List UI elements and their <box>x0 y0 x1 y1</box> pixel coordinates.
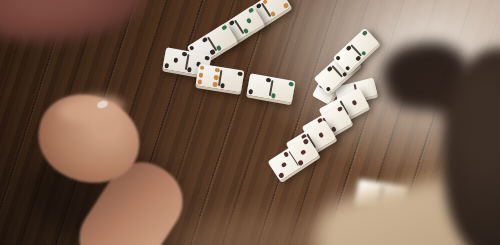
pip <box>344 65 350 71</box>
pip <box>198 72 203 77</box>
pip <box>337 106 343 112</box>
domino-tile-bottom-arm-2[interactable] <box>246 73 295 103</box>
pip <box>220 83 225 88</box>
pip <box>245 18 251 24</box>
pip <box>164 63 169 68</box>
pip <box>271 93 276 98</box>
pip <box>277 172 284 179</box>
pip <box>248 7 254 13</box>
pip <box>280 161 287 168</box>
pip <box>187 67 192 72</box>
pip <box>237 71 242 76</box>
tile-half <box>269 77 295 103</box>
pip <box>173 57 178 62</box>
pip <box>325 85 331 91</box>
domino-tile-bottom-arm-1[interactable] <box>196 64 245 93</box>
pip <box>302 138 309 145</box>
dominoes-photo <box>0 0 500 245</box>
pip <box>283 3 289 9</box>
pip <box>200 65 205 70</box>
pip <box>248 89 253 94</box>
pip <box>318 132 324 138</box>
pip <box>204 55 209 60</box>
pip <box>351 99 357 105</box>
pip <box>335 54 341 60</box>
pip <box>221 24 227 30</box>
pip <box>300 148 307 155</box>
pip <box>197 80 202 85</box>
pip <box>212 82 217 87</box>
pip <box>189 45 195 51</box>
pip <box>288 81 293 86</box>
tile-half <box>218 67 244 92</box>
pip <box>362 29 368 35</box>
